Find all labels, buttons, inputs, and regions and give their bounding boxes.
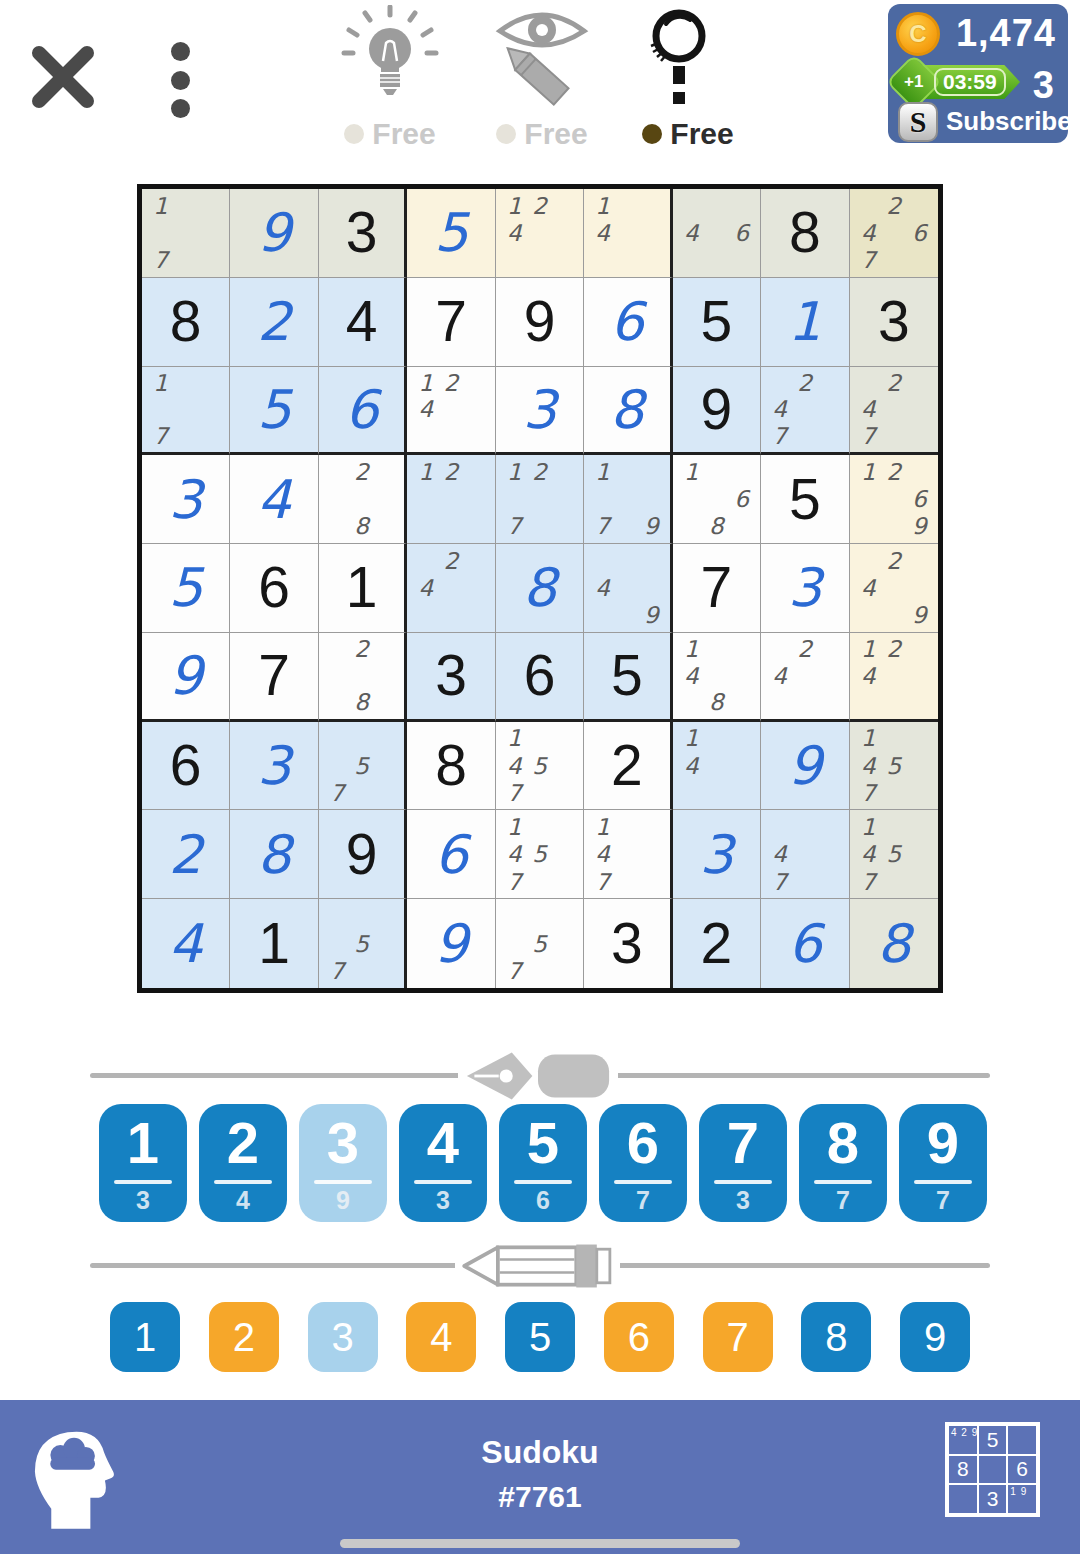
eye-pencil-hint-label: Free [484, 116, 600, 152]
pencil-marks: 57 [502, 902, 577, 985]
logo-cell-1: 4 2 9 [948, 1425, 978, 1455]
pencil-marks: 24 [413, 547, 488, 629]
cell-r4c5[interactable]: 127 [496, 455, 584, 544]
cell-r8c6[interactable]: 147 [584, 810, 672, 899]
cell-r6c1[interactable]: 9 [142, 633, 230, 722]
cell-r4c8[interactable]: 5 [761, 455, 849, 544]
pencil-marks: 127 [502, 458, 577, 540]
cell-r5c9[interactable]: 249 [850, 544, 938, 633]
logo-cell-8: 3 [978, 1484, 1008, 1514]
cell-r4c3[interactable]: 28 [319, 455, 407, 544]
cell-r1c4[interactable]: 5 [407, 189, 495, 278]
pencil-marks: 14 [679, 725, 754, 807]
cell-r3c1[interactable]: 17 [142, 367, 230, 456]
hint-timer-badge: +1 03:59 [894, 62, 1020, 102]
cell-r3c4[interactable]: 124 [407, 367, 495, 456]
coin-icon: C [896, 12, 940, 56]
cell-r2c1[interactable]: 8 [142, 278, 230, 367]
cell-r6c6[interactable]: 5 [584, 633, 672, 722]
pen-key-4[interactable]: 43 [399, 1104, 487, 1222]
cell-r1c1[interactable]: 17 [142, 189, 230, 278]
kebab-menu-button[interactable] [160, 42, 200, 118]
magnifier-question-icon[interactable] [638, 8, 720, 108]
cell-r8c8[interactable]: 47 [761, 810, 849, 899]
free-label: Free [372, 117, 435, 151]
cell-r3c9[interactable]: 247 [850, 367, 938, 456]
pencil-key-8[interactable]: 8 [801, 1302, 871, 1372]
cell-r8c3[interactable]: 9 [319, 810, 407, 899]
pen-key-9[interactable]: 97 [899, 1104, 987, 1222]
subscribe-button[interactable]: Subscribe [946, 106, 1072, 137]
cell-r4c2[interactable]: 4 [230, 455, 318, 544]
pencil-marks: 1269 [856, 458, 932, 540]
cell-r1c2[interactable]: 9 [230, 189, 318, 278]
pencil-keypad: 123456789 [110, 1302, 970, 1372]
cell-r2c9[interactable]: 3 [850, 278, 938, 367]
cell-r2c7[interactable]: 5 [673, 278, 761, 367]
pencil-marks: 49 [590, 547, 663, 629]
pencil-marks: 24 [767, 636, 842, 716]
cell-r6c4[interactable]: 3 [407, 633, 495, 722]
cell-r3c6[interactable]: 8 [584, 367, 672, 456]
pen-mode-icon[interactable] [458, 1046, 618, 1106]
pencil-marks: 1457 [502, 813, 577, 895]
cell-r4c6[interactable]: 179 [584, 455, 672, 544]
cell-r5c7[interactable]: 7 [673, 544, 761, 633]
cell-r8c2[interactable]: 8 [230, 810, 318, 899]
wallet-panel[interactable]: C 1,474 +1 03:59 3 S Subscribe [888, 4, 1068, 143]
pencil-marks: 247 [767, 370, 842, 450]
logo-cell-3 [1007, 1425, 1037, 1455]
pen-keypad: 132439435667738797 [99, 1104, 987, 1222]
cell-r9c8[interactable]: 6 [761, 899, 849, 988]
pencil-marks: 46 [679, 192, 754, 274]
pencil-marks: 28 [325, 458, 398, 540]
pencil-marks: 57 [325, 902, 398, 985]
cell-r5c2[interactable]: 6 [230, 544, 318, 633]
pencil-key-5[interactable]: 5 [505, 1302, 575, 1372]
cell-r1c3[interactable]: 3 [319, 189, 407, 278]
pen-key-2[interactable]: 24 [199, 1104, 287, 1222]
pencil-marks: 57 [325, 725, 398, 807]
coin-balance: 1,474 [956, 12, 1056, 55]
pencil-marks: 148 [679, 636, 754, 716]
hint-count: 3 [1033, 64, 1054, 107]
pencil-marks: 47 [767, 813, 842, 895]
pencil-marks: 168 [679, 458, 754, 540]
pencil-marks: 1457 [502, 725, 577, 807]
pencil-marks: 14 [590, 192, 663, 274]
logo-cell-9: 1 9 [1007, 1484, 1037, 1514]
cell-r6c5[interactable]: 6 [496, 633, 584, 722]
cell-r5c4[interactable]: 24 [407, 544, 495, 633]
cell-r7c7[interactable]: 14 [673, 722, 761, 811]
free-dot [344, 124, 364, 144]
cell-r8c4[interactable]: 6 [407, 810, 495, 899]
cell-r8c7[interactable]: 3 [673, 810, 761, 899]
cell-r2c5[interactable]: 9 [496, 278, 584, 367]
pencil-marks: 124 [856, 636, 932, 716]
pen-key-3[interactable]: 39 [299, 1104, 387, 1222]
timer-countdown: 03:59 [934, 68, 1006, 96]
logo-cell-2: 5 [978, 1425, 1008, 1455]
pencil-marks: 179 [590, 458, 663, 540]
cell-r4c9[interactable]: 1269 [850, 455, 938, 544]
cell-r2c8[interactable]: 1 [761, 278, 849, 367]
cell-r8c9[interactable]: 1457 [850, 810, 938, 899]
free-label: Free [524, 117, 587, 151]
cell-r7c2[interactable]: 3 [230, 722, 318, 811]
cell-r1c7[interactable]: 46 [673, 189, 761, 278]
cell-r4c7[interactable]: 168 [673, 455, 761, 544]
footer-logo-grid: 4 2 958631 9 [945, 1422, 1040, 1517]
cell-r5c5[interactable]: 8 [496, 544, 584, 633]
cell-r2c4[interactable]: 7 [407, 278, 495, 367]
sudoku-grid: 1793512414468246782479651317561243892472… [137, 184, 943, 993]
pencil-marks: 17 [148, 370, 223, 450]
cell-r7c8[interactable]: 9 [761, 722, 849, 811]
pencil-key-1[interactable]: 1 [110, 1302, 180, 1372]
subscribe-icon: S [898, 102, 938, 142]
puzzle-number: #7761 [0, 1480, 1080, 1514]
cell-r9c5[interactable]: 57 [496, 899, 584, 988]
cell-r7c3[interactable]: 57 [319, 722, 407, 811]
cell-r9c3[interactable]: 57 [319, 899, 407, 988]
free-dot [642, 124, 662, 144]
pen-key-1[interactable]: 13 [99, 1104, 187, 1222]
cell-r1c5[interactable]: 124 [496, 189, 584, 278]
cell-r7c4[interactable]: 8 [407, 722, 495, 811]
cell-r8c1[interactable]: 2 [142, 810, 230, 899]
magnifier-hint-label: Free [626, 116, 750, 152]
cell-r7c1[interactable]: 6 [142, 722, 230, 811]
cell-r2c3[interactable]: 4 [319, 278, 407, 367]
pencil-key-6[interactable]: 6 [604, 1302, 674, 1372]
lightbulb-hint-label: Free [330, 116, 450, 152]
pencil-key-9[interactable]: 9 [900, 1302, 970, 1372]
pencil-marks: 28 [325, 636, 398, 716]
footer-title: Sudoku [0, 1434, 1080, 1471]
cell-r7c5[interactable]: 1457 [496, 722, 584, 811]
pencil-marks: 12 [413, 458, 488, 540]
free-dot [496, 124, 516, 144]
cell-r5c3[interactable]: 1 [319, 544, 407, 633]
logo-cell-6: 6 [1007, 1455, 1037, 1485]
logo-cell-4: 8 [948, 1455, 978, 1485]
cell-r6c7[interactable]: 148 [673, 633, 761, 722]
pencil-mode-icon[interactable] [455, 1238, 620, 1294]
pencil-marks: 2467 [856, 192, 932, 274]
cell-r3c7[interactable]: 9 [673, 367, 761, 456]
cell-r6c8[interactable]: 24 [761, 633, 849, 722]
cell-r3c8[interactable]: 247 [761, 367, 849, 456]
pen-key-6[interactable]: 67 [599, 1104, 687, 1222]
cell-r3c5[interactable]: 3 [496, 367, 584, 456]
pencil-marks: 124 [502, 192, 577, 274]
logo-cell-5 [978, 1455, 1008, 1485]
kebab-dot [171, 99, 190, 118]
pencil-key-7[interactable]: 7 [703, 1302, 773, 1372]
cell-r5c1[interactable]: 5 [142, 544, 230, 633]
cell-r5c8[interactable]: 3 [761, 544, 849, 633]
free-label: Free [670, 117, 733, 151]
pencil-marks: 249 [856, 547, 932, 629]
cell-r5c6[interactable]: 49 [584, 544, 672, 633]
cell-r1c9[interactable]: 2467 [850, 189, 938, 278]
pencil-key-3[interactable]: 3 [308, 1302, 378, 1372]
cell-r6c9[interactable]: 124 [850, 633, 938, 722]
pencil-key-4[interactable]: 4 [406, 1302, 476, 1372]
cell-r6c2[interactable]: 7 [230, 633, 318, 722]
kebab-dot [171, 71, 190, 90]
cell-r4c4[interactable]: 12 [407, 455, 495, 544]
cell-r4c1[interactable]: 3 [142, 455, 230, 544]
cell-r9c1[interactable]: 4 [142, 899, 230, 988]
cell-r9c4[interactable]: 9 [407, 899, 495, 988]
cell-r9c7[interactable]: 2 [673, 899, 761, 988]
cell-r7c9[interactable]: 1457 [850, 722, 938, 811]
cell-r9c9[interactable]: 8 [850, 899, 938, 988]
cell-r2c2[interactable]: 2 [230, 278, 318, 367]
cell-r3c2[interactable]: 5 [230, 367, 318, 456]
pen-key-8[interactable]: 87 [799, 1104, 887, 1222]
pencil-key-2[interactable]: 2 [209, 1302, 279, 1372]
cell-r1c6[interactable]: 14 [584, 189, 672, 278]
pencil-marks: 247 [856, 370, 932, 450]
pencil-marks: 147 [590, 813, 663, 895]
pencil-marks: 124 [413, 370, 488, 450]
cell-r7c6[interactable]: 2 [584, 722, 672, 811]
logo-cell-7 [948, 1484, 978, 1514]
footer-bar: Sudoku #7761 4 2 958631 9 [0, 1400, 1080, 1554]
cell-r6c3[interactable]: 28 [319, 633, 407, 722]
eye-pencil-icon[interactable] [494, 5, 590, 113]
lightbulb-icon[interactable] [340, 5, 440, 115]
pen-key-5[interactable]: 56 [499, 1104, 587, 1222]
pencil-marks: 1457 [856, 813, 932, 895]
kebab-dot [171, 42, 190, 61]
cell-r2c6[interactable]: 6 [584, 278, 672, 367]
pencil-marks: 1457 [856, 725, 932, 807]
progress-pill [340, 1539, 740, 1548]
cell-r9c6[interactable]: 3 [584, 899, 672, 988]
cell-r9c2[interactable]: 1 [230, 899, 318, 988]
close-button[interactable] [30, 44, 96, 110]
pencil-marks: 17 [148, 192, 223, 274]
cell-r3c3[interactable]: 6 [319, 367, 407, 456]
cell-r1c8[interactable]: 8 [761, 189, 849, 278]
pen-key-7[interactable]: 73 [699, 1104, 787, 1222]
cell-r8c5[interactable]: 1457 [496, 810, 584, 899]
